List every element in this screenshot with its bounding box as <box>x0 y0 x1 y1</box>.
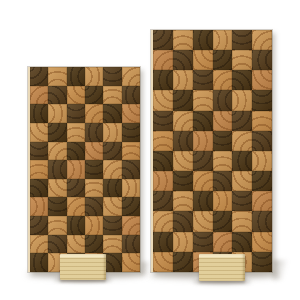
board-cell <box>30 235 48 254</box>
board-cell <box>67 104 85 123</box>
board-cell <box>153 211 173 231</box>
board-cell <box>232 90 252 110</box>
board-cell <box>48 216 66 235</box>
board-cell <box>48 160 66 179</box>
board-cell <box>193 171 213 191</box>
board-cell <box>122 253 140 272</box>
board-cell <box>153 131 173 151</box>
board-cell <box>173 252 193 272</box>
board-cell <box>122 216 140 235</box>
board-cell <box>173 191 193 211</box>
board-cell <box>67 142 85 161</box>
board-cell <box>103 67 121 86</box>
board-cell <box>173 30 193 50</box>
board-cell <box>122 197 140 216</box>
board-cell <box>30 123 48 142</box>
board-cell <box>193 50 213 70</box>
board-cell <box>252 111 272 131</box>
board-cell <box>103 179 121 198</box>
board-cell <box>232 50 252 70</box>
board-cell <box>153 171 173 191</box>
board-cell <box>48 123 66 142</box>
board-cell <box>252 70 272 90</box>
board-cell <box>252 50 272 70</box>
board-cell <box>103 104 121 123</box>
board-cell <box>173 151 193 171</box>
left-checkerboard <box>28 67 140 272</box>
board-cell <box>232 232 252 252</box>
board-cell <box>30 86 48 105</box>
board-cell <box>67 160 85 179</box>
board-cell <box>193 30 213 50</box>
board-cell <box>213 191 233 211</box>
board-cell <box>122 160 140 179</box>
board-cell <box>103 253 121 272</box>
board-cell <box>232 70 252 90</box>
board-cell <box>122 123 140 142</box>
board-cell <box>103 123 121 142</box>
board-cell <box>103 86 121 105</box>
board-cell <box>252 232 272 252</box>
board-cell <box>153 90 173 110</box>
board-cell <box>122 104 140 123</box>
board-cell <box>85 179 103 198</box>
board-cell <box>103 197 121 216</box>
board-cell <box>103 160 121 179</box>
board-cell <box>213 90 233 110</box>
board-cell <box>103 235 121 254</box>
board-cell <box>193 151 213 171</box>
board-cell <box>252 171 272 191</box>
board-cell <box>173 211 193 231</box>
board-cell <box>103 216 121 235</box>
board-cell <box>48 179 66 198</box>
board-cell <box>30 160 48 179</box>
board-cell <box>122 142 140 161</box>
board-cell <box>48 104 66 123</box>
board-cell <box>193 111 213 131</box>
board-cell <box>252 252 272 272</box>
board-cell <box>213 111 233 131</box>
board-cell <box>232 211 252 231</box>
product-photo-scene <box>0 0 300 300</box>
board-cell <box>173 111 193 131</box>
board-cell <box>67 235 85 254</box>
board-cell <box>67 197 85 216</box>
board-cell <box>252 211 272 231</box>
right-board-stand <box>199 254 245 281</box>
board-cell <box>213 211 233 231</box>
board-cell <box>85 142 103 161</box>
right-checkerboard <box>151 30 272 272</box>
board-cell <box>122 235 140 254</box>
board-cell <box>213 70 233 90</box>
board-cell <box>30 67 48 86</box>
board-cell <box>30 179 48 198</box>
board-cell <box>232 191 252 211</box>
board-cell <box>213 30 233 50</box>
board-cell <box>85 123 103 142</box>
board-cell <box>85 235 103 254</box>
board-cell <box>30 142 48 161</box>
board-cell <box>48 67 66 86</box>
board-cell <box>173 171 193 191</box>
board-cell <box>30 216 48 235</box>
board-cell <box>232 171 252 191</box>
board-cell <box>193 191 213 211</box>
board-cell <box>153 151 173 171</box>
board-cell <box>30 104 48 123</box>
board-cell <box>252 151 272 171</box>
board-cell <box>67 123 85 142</box>
board-cell <box>30 197 48 216</box>
board-cell <box>85 197 103 216</box>
board-cell <box>232 30 252 50</box>
board-cell <box>85 104 103 123</box>
board-cell <box>173 131 193 151</box>
board-cell <box>173 70 193 90</box>
board-cell <box>213 151 233 171</box>
board-cell <box>67 216 85 235</box>
board-cell <box>193 232 213 252</box>
board-cell <box>213 131 233 151</box>
board-cell <box>153 111 173 131</box>
board-cell <box>153 70 173 90</box>
board-cell <box>48 197 66 216</box>
board-cell <box>173 90 193 110</box>
board-cell <box>193 211 213 231</box>
board-cell <box>48 86 66 105</box>
board-cell <box>252 30 272 50</box>
board-cell <box>232 111 252 131</box>
board-cell <box>252 131 272 151</box>
board-cell <box>48 235 66 254</box>
board-cell <box>213 50 233 70</box>
board-cell <box>67 179 85 198</box>
board-cell <box>173 50 193 70</box>
board-cell <box>193 90 213 110</box>
board-cell <box>213 171 233 191</box>
board-cell <box>67 86 85 105</box>
board-cell <box>193 131 213 151</box>
board-cell <box>252 90 272 110</box>
board-cell <box>173 232 193 252</box>
board-cell <box>232 151 252 171</box>
board-cell <box>213 232 233 252</box>
board-cell <box>85 86 103 105</box>
board-cell <box>153 191 173 211</box>
board-cell <box>232 131 252 151</box>
board-cell <box>85 67 103 86</box>
board-cell <box>122 67 140 86</box>
board-cell <box>122 86 140 105</box>
board-cell <box>153 252 173 272</box>
board-cell <box>103 142 121 161</box>
board-cell <box>153 50 173 70</box>
left-board-stand <box>60 254 106 280</box>
board-cell <box>30 253 48 272</box>
board-cell <box>85 216 103 235</box>
board-cell <box>67 67 85 86</box>
board-cell <box>252 191 272 211</box>
board-cell <box>153 30 173 50</box>
board-cell <box>48 142 66 161</box>
board-cell <box>153 232 173 252</box>
board-cell <box>193 70 213 90</box>
right-board-side-shadow <box>273 260 290 280</box>
board-cell <box>122 179 140 198</box>
board-cell <box>85 160 103 179</box>
